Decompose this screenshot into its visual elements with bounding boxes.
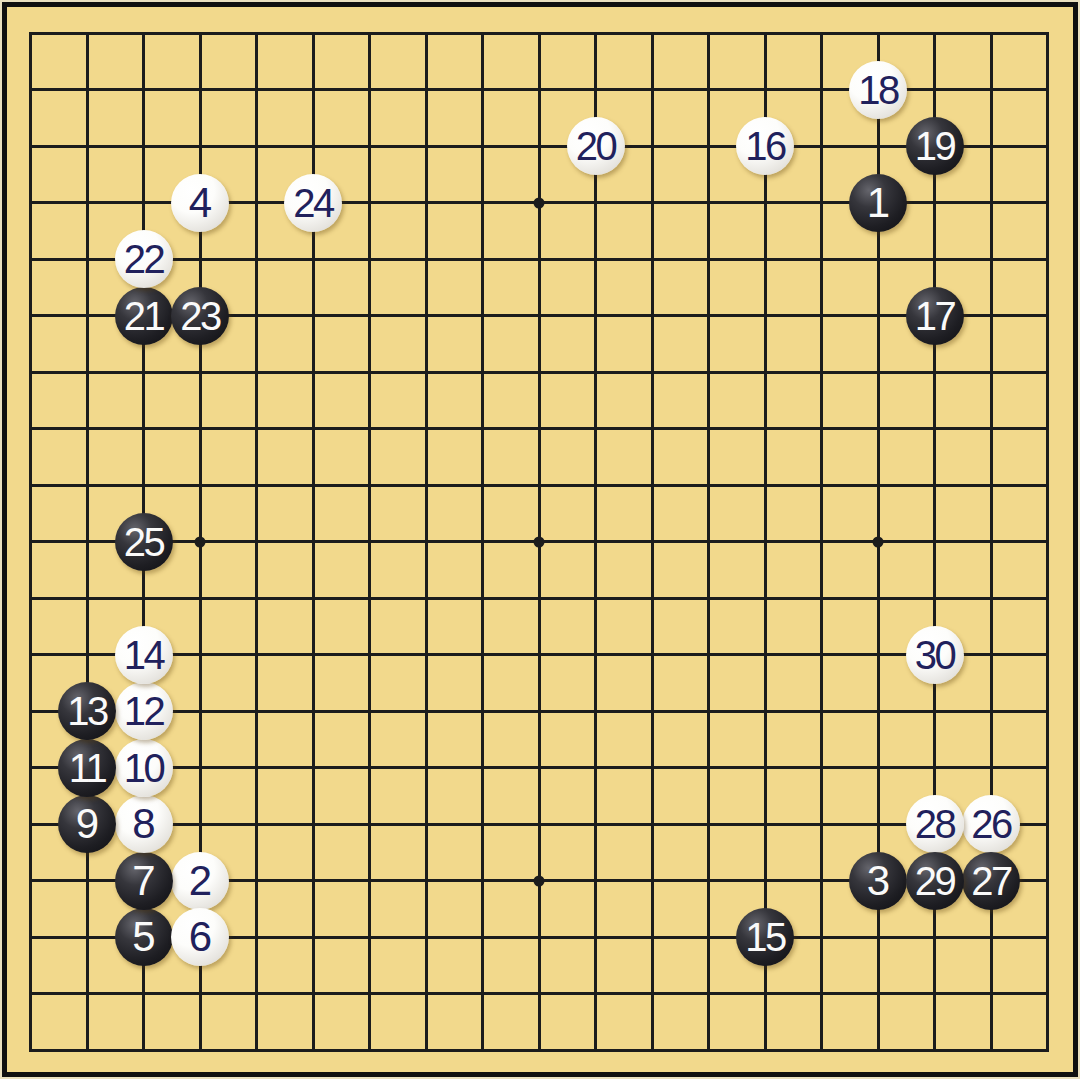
move-number: 6: [189, 916, 211, 958]
move-number: 11: [69, 748, 106, 788]
stone-17-black: 17: [906, 287, 964, 345]
go-diagram: 1234567891011121314151617181920212223242…: [0, 0, 1080, 1079]
move-number: 25: [124, 522, 164, 562]
move-number: 24: [293, 183, 333, 223]
stone-30-white: 30: [906, 626, 964, 684]
move-number: 14: [124, 635, 164, 675]
stone-29-black: 29: [906, 852, 964, 910]
stone-24-white: 24: [284, 174, 342, 232]
stone-16-white: 16: [736, 117, 794, 175]
move-number: 8: [132, 803, 154, 845]
move-number: 9: [76, 803, 98, 845]
stone-1-black: 1: [849, 174, 907, 232]
move-number: 13: [67, 691, 107, 731]
star-point: [873, 536, 884, 547]
move-number: 21: [124, 296, 164, 336]
move-number: 29: [915, 861, 955, 901]
stone-9-black: 9: [58, 795, 116, 853]
stone-22-white: 22: [115, 230, 173, 288]
stone-25-black: 25: [115, 513, 173, 571]
move-number: 3: [867, 860, 889, 902]
stone-5-black: 5: [115, 908, 173, 966]
move-number: 20: [576, 126, 616, 166]
grid-line-horizontal: [29, 992, 1049, 995]
grid-line-horizontal: [29, 1049, 1049, 1052]
move-number: 26: [971, 804, 1011, 844]
move-number: 15: [745, 917, 785, 957]
move-number: 12: [124, 691, 164, 731]
stone-28-white: 28: [906, 795, 964, 853]
stone-14-white: 14: [115, 626, 173, 684]
move-number: 5: [132, 916, 154, 958]
move-number: 23: [180, 296, 220, 336]
move-number: 30: [915, 635, 955, 675]
stone-8-white: 8: [115, 795, 173, 853]
move-number: 27: [971, 861, 1011, 901]
stone-12-white: 12: [115, 682, 173, 740]
grid-line-vertical: [1046, 32, 1049, 1052]
move-number: 19: [915, 126, 955, 166]
move-number: 4: [189, 182, 211, 224]
stone-26-white: 26: [962, 795, 1020, 853]
move-number: 7: [132, 860, 154, 902]
stone-11-black: 11: [58, 739, 116, 797]
move-number: 10: [124, 748, 164, 788]
move-number: 2: [189, 860, 211, 902]
grid-line-horizontal: [29, 766, 1049, 769]
grid-line-vertical: [651, 32, 654, 1052]
grid-line-vertical: [764, 32, 767, 1052]
grid-line-horizontal: [29, 710, 1049, 713]
stone-20-white: 20: [567, 117, 625, 175]
move-number: 1: [867, 182, 889, 224]
star-point: [534, 536, 545, 547]
move-number: 17: [915, 296, 955, 336]
star-point: [195, 536, 206, 547]
stone-3-black: 3: [849, 852, 907, 910]
grid-line-vertical: [707, 32, 710, 1052]
stone-18-white: 18: [849, 61, 907, 119]
move-number: 22: [124, 239, 164, 279]
stone-6-white: 6: [171, 908, 229, 966]
star-point: [534, 875, 545, 886]
stone-13-black: 13: [58, 682, 116, 740]
grid-line-horizontal: [29, 597, 1049, 600]
stone-7-black: 7: [115, 852, 173, 910]
stone-23-black: 23: [171, 287, 229, 345]
move-number: 16: [745, 126, 785, 166]
move-number: 28: [915, 804, 955, 844]
stone-19-black: 19: [906, 117, 964, 175]
stone-15-black: 15: [736, 908, 794, 966]
go-board[interactable]: 1234567891011121314151617181920212223242…: [0, 0, 1080, 1079]
star-point: [534, 197, 545, 208]
grid-line-horizontal: [29, 653, 1049, 656]
stone-27-black: 27: [962, 852, 1020, 910]
stone-10-white: 10: [115, 739, 173, 797]
grid-line-vertical: [820, 32, 823, 1052]
grid-line-horizontal: [29, 823, 1049, 826]
grid-line-vertical: [594, 32, 597, 1052]
move-number: 18: [858, 70, 898, 110]
stone-4-white: 4: [171, 174, 229, 232]
stone-2-white: 2: [171, 852, 229, 910]
stone-21-black: 21: [115, 287, 173, 345]
